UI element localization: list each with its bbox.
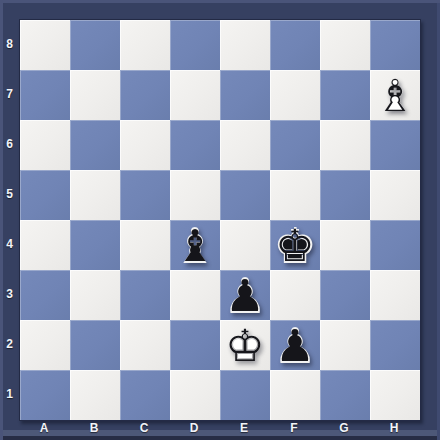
square-a4[interactable] xyxy=(20,220,70,270)
file-labels: ABCDEFGH xyxy=(19,420,419,435)
file-label-g: G xyxy=(319,420,369,435)
file-label-d: D xyxy=(169,420,219,435)
file-label-b: B xyxy=(69,420,119,435)
square-c6[interactable] xyxy=(120,120,170,170)
rank-label-5: 5 xyxy=(0,169,19,219)
square-a7[interactable] xyxy=(20,70,70,120)
square-f7[interactable] xyxy=(270,70,320,120)
rank-label-8: 8 xyxy=(0,19,19,69)
square-d5[interactable] xyxy=(170,170,220,220)
square-f8[interactable] xyxy=(270,20,320,70)
file-label-c: C xyxy=(119,420,169,435)
square-b6[interactable] xyxy=(70,120,120,170)
square-d4[interactable]: ♝♝ xyxy=(170,220,220,270)
rank-label-4: 4 xyxy=(0,219,19,269)
square-h3[interactable] xyxy=(370,270,420,320)
black-pawn[interactable]: ♟♟ xyxy=(220,270,270,320)
square-c8[interactable] xyxy=(120,20,170,70)
rank-labels: 87654321 xyxy=(0,19,19,419)
square-f5[interactable] xyxy=(270,170,320,220)
square-g2[interactable] xyxy=(320,320,370,370)
square-d7[interactable] xyxy=(170,70,220,120)
rank-label-3: 3 xyxy=(0,269,19,319)
square-h6[interactable] xyxy=(370,120,420,170)
square-b1[interactable] xyxy=(70,370,120,420)
square-e2[interactable]: ♚♔ xyxy=(220,320,270,370)
square-f4[interactable]: ♚♚ xyxy=(270,220,320,270)
file-label-a: A xyxy=(19,420,69,435)
black-king-glyph: ♚ xyxy=(270,221,320,271)
square-g7[interactable] xyxy=(320,70,370,120)
square-d8[interactable] xyxy=(170,20,220,70)
black-pawn-glyph: ♟ xyxy=(220,271,270,321)
board-grid: ♝♗♝♝♚♚♟♟♚♔♟♟ xyxy=(19,19,421,421)
square-a3[interactable] xyxy=(20,270,70,320)
square-d6[interactable] xyxy=(170,120,220,170)
square-d1[interactable] xyxy=(170,370,220,420)
square-f2[interactable]: ♟♟ xyxy=(270,320,320,370)
file-label-f: F xyxy=(269,420,319,435)
black-king[interactable]: ♚♚ xyxy=(270,220,320,270)
square-g3[interactable] xyxy=(320,270,370,320)
file-label-e: E xyxy=(219,420,269,435)
white-bishop-glyph: ♗ xyxy=(370,71,420,121)
square-e6[interactable] xyxy=(220,120,270,170)
square-c2[interactable] xyxy=(120,320,170,370)
square-g1[interactable] xyxy=(320,370,370,420)
square-a5[interactable] xyxy=(20,170,70,220)
square-a6[interactable] xyxy=(20,120,70,170)
square-a2[interactable] xyxy=(20,320,70,370)
square-d2[interactable] xyxy=(170,320,220,370)
square-c1[interactable] xyxy=(120,370,170,420)
white-king[interactable]: ♚♔ xyxy=(220,320,270,370)
square-f1[interactable] xyxy=(270,370,320,420)
black-bishop[interactable]: ♝♝ xyxy=(170,220,220,270)
square-d3[interactable] xyxy=(170,270,220,320)
square-e7[interactable] xyxy=(220,70,270,120)
rank-label-7: 7 xyxy=(0,69,19,119)
black-bishop-glyph: ♝ xyxy=(170,221,220,271)
square-a8[interactable] xyxy=(20,20,70,70)
square-e5[interactable] xyxy=(220,170,270,220)
square-g4[interactable] xyxy=(320,220,370,270)
square-b5[interactable] xyxy=(70,170,120,220)
square-h4[interactable] xyxy=(370,220,420,270)
square-c3[interactable] xyxy=(120,270,170,320)
square-b4[interactable] xyxy=(70,220,120,270)
square-b8[interactable] xyxy=(70,20,120,70)
square-b7[interactable] xyxy=(70,70,120,120)
square-b3[interactable] xyxy=(70,270,120,320)
square-f3[interactable] xyxy=(270,270,320,320)
square-g5[interactable] xyxy=(320,170,370,220)
file-label-h: H xyxy=(369,420,419,435)
white-king-glyph: ♔ xyxy=(220,321,270,371)
square-h7[interactable]: ♝♗ xyxy=(370,70,420,120)
square-e3[interactable]: ♟♟ xyxy=(220,270,270,320)
square-c7[interactable] xyxy=(120,70,170,120)
rank-label-1: 1 xyxy=(0,369,19,419)
square-e8[interactable] xyxy=(220,20,270,70)
square-f6[interactable] xyxy=(270,120,320,170)
square-h5[interactable] xyxy=(370,170,420,220)
square-g8[interactable] xyxy=(320,20,370,70)
square-c5[interactable] xyxy=(120,170,170,220)
square-h8[interactable] xyxy=(370,20,420,70)
square-b2[interactable] xyxy=(70,320,120,370)
square-h1[interactable] xyxy=(370,370,420,420)
square-h2[interactable] xyxy=(370,320,420,370)
chess-board: ♝♗♝♝♚♚♟♟♚♔♟♟ 87654321 ABCDEFGH xyxy=(0,0,440,440)
square-e1[interactable] xyxy=(220,370,270,420)
square-c4[interactable] xyxy=(120,220,170,270)
rank-label-2: 2 xyxy=(0,319,19,369)
black-pawn-glyph: ♟ xyxy=(270,321,320,371)
square-g6[interactable] xyxy=(320,120,370,170)
square-e4[interactable] xyxy=(220,220,270,270)
rank-label-6: 6 xyxy=(0,119,19,169)
white-bishop[interactable]: ♝♗ xyxy=(370,70,420,120)
square-a1[interactable] xyxy=(20,370,70,420)
black-pawn[interactable]: ♟♟ xyxy=(270,320,320,370)
